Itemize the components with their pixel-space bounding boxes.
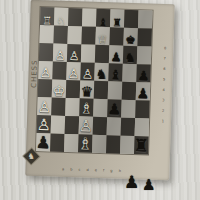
captured-black-pawn[interactable]: ♟	[124, 174, 139, 200]
file-label: d	[86, 168, 88, 172]
square-f5[interactable]: ♝	[108, 63, 123, 81]
file-label: c	[79, 167, 81, 171]
square-h3[interactable]	[135, 100, 150, 118]
square-a8[interactable]: ♖	[40, 7, 55, 25]
square-b4[interactable]: ♔	[52, 79, 67, 97]
white-pawn[interactable]: ♙	[67, 67, 79, 81]
square-e8[interactable]: ♝	[96, 9, 111, 27]
white-knight[interactable]: ♘	[56, 15, 66, 26]
black-pawn[interactable]: ♟	[107, 102, 121, 117]
photo-background: CHESS ♞ ♖♘♝♜♕♚♙♙♟♞♙♙♙♞♝♟♔♛♟♙♗♟♙♙♟♗♜ abcd…	[0, 0, 200, 200]
square-d3[interactable]: ♗	[79, 98, 94, 116]
square-c4[interactable]	[66, 80, 81, 98]
rank-label: 4	[163, 87, 165, 91]
square-h4[interactable]: ♟	[136, 82, 151, 100]
black-rook[interactable]: ♜	[133, 137, 149, 154]
square-c7[interactable]	[67, 26, 82, 44]
square-e7[interactable]: ♕	[95, 27, 110, 45]
square-d5[interactable]: ♙	[80, 62, 95, 80]
white-pawn[interactable]: ♙	[81, 67, 93, 81]
black-knight[interactable]: ♞	[95, 68, 107, 82]
rank-label: 2	[162, 108, 164, 112]
square-a1[interactable]: ♟	[36, 133, 51, 151]
square-c6[interactable]: ♙	[67, 44, 82, 62]
square-d8[interactable]	[82, 8, 97, 26]
captured-black-pawn[interactable]: ♟	[142, 178, 155, 200]
black-rook[interactable]: ♜	[112, 17, 122, 28]
square-e3[interactable]	[93, 99, 108, 117]
square-d4[interactable]: ♛	[80, 80, 95, 98]
square-f3[interactable]: ♟	[107, 99, 122, 117]
black-bishop[interactable]: ♝	[109, 68, 121, 82]
square-d1[interactable]: ♗	[78, 134, 93, 152]
black-pawn[interactable]: ♟	[36, 134, 52, 151]
white-pawn[interactable]: ♙	[54, 49, 65, 62]
black-pawn[interactable]: ♟	[136, 86, 149, 100]
square-b1[interactable]	[50, 133, 65, 151]
black-knight[interactable]: ♞	[124, 51, 135, 64]
square-a3[interactable]: ♙	[37, 97, 52, 115]
rank-label: 5	[163, 77, 165, 81]
rank-label: 1	[162, 118, 164, 122]
square-e5[interactable]: ♞	[94, 63, 109, 81]
square-h7[interactable]	[137, 28, 152, 46]
square-g2[interactable]	[121, 118, 136, 136]
square-a4[interactable]	[38, 79, 53, 97]
black-pawn[interactable]: ♟	[137, 69, 149, 83]
white-king[interactable]: ♔	[52, 83, 65, 97]
white-pawn[interactable]: ♙	[68, 50, 79, 63]
file-label: f	[103, 168, 104, 172]
white-pawn[interactable]: ♙	[37, 100, 51, 115]
square-f7[interactable]	[109, 27, 124, 45]
square-f8[interactable]: ♜	[110, 9, 125, 27]
captured-pieces-tray: ♟♟	[118, 172, 178, 200]
square-c5[interactable]: ♙	[66, 62, 81, 80]
square-f4[interactable]	[108, 81, 123, 99]
square-e2[interactable]	[93, 117, 108, 135]
square-b7[interactable]	[53, 26, 68, 44]
square-h8[interactable]	[138, 10, 153, 28]
square-c1[interactable]	[64, 134, 79, 152]
chess-board: ♖♘♝♜♕♚♙♙♟♞♙♙♙♞♝♟♔♛♟♙♗♟♙♙♟♗♜	[36, 7, 152, 154]
square-d6[interactable]	[81, 44, 96, 62]
white-rook[interactable]: ♖	[42, 15, 52, 26]
square-b8[interactable]: ♘	[54, 8, 69, 26]
square-g8[interactable]	[124, 10, 139, 28]
square-h6[interactable]	[137, 46, 152, 64]
square-e6[interactable]	[95, 45, 110, 63]
square-b6[interactable]: ♙	[53, 44, 68, 62]
rank-label: 8	[164, 45, 166, 49]
black-pawn[interactable]: ♟	[110, 51, 121, 64]
white-bishop[interactable]: ♗	[79, 101, 93, 116]
black-queen[interactable]: ♛	[80, 84, 93, 98]
square-a5[interactable]: ♙	[38, 61, 53, 79]
square-c3[interactable]	[65, 98, 80, 116]
square-g3[interactable]	[121, 100, 136, 118]
square-e4[interactable]	[94, 81, 109, 99]
white-pawn[interactable]: ♙	[39, 66, 51, 80]
square-c2[interactable]	[65, 116, 80, 134]
square-h2[interactable]	[135, 118, 150, 136]
square-g4[interactable]	[122, 82, 137, 100]
square-a6[interactable]	[39, 43, 54, 61]
rank-label: 3	[162, 98, 164, 102]
rank-coordinates: 87654321	[162, 42, 167, 126]
square-a7[interactable]	[39, 25, 54, 43]
rank-label: 6	[163, 66, 165, 70]
rank-label: 7	[164, 56, 166, 60]
white-pawn[interactable]: ♙	[78, 118, 93, 134]
white-queen[interactable]: ♕	[97, 33, 108, 45]
chess-mat: CHESS ♞ ♖♘♝♜♕♚♙♙♟♞♙♙♙♞♝♟♔♛♟♙♗♟♙♙♟♗♜ abcd…	[25, 0, 174, 180]
square-h5[interactable]: ♟	[136, 64, 151, 82]
black-king[interactable]: ♚	[125, 34, 136, 46]
square-d7[interactable]	[81, 26, 96, 44]
square-f1[interactable]	[106, 135, 121, 153]
square-g6[interactable]: ♞	[123, 46, 138, 64]
square-g7[interactable]: ♚	[123, 28, 138, 46]
white-bishop[interactable]: ♗	[78, 136, 94, 153]
white-pawn[interactable]: ♙	[36, 117, 51, 133]
square-g5[interactable]	[122, 64, 137, 82]
file-label: g	[110, 168, 112, 172]
square-f6[interactable]: ♟	[109, 45, 124, 63]
square-e1[interactable]	[92, 135, 107, 153]
square-d2[interactable]: ♙	[79, 116, 94, 134]
file-label: b	[70, 167, 72, 171]
file-coordinates: abcdefgh	[59, 167, 124, 173]
square-h1[interactable]: ♜	[134, 136, 149, 154]
square-b5[interactable]	[52, 62, 67, 80]
file-label: e	[95, 168, 97, 172]
square-c8[interactable]	[68, 8, 83, 26]
file-label: a	[62, 167, 64, 171]
black-bishop[interactable]: ♝	[98, 16, 108, 27]
square-b2[interactable]	[51, 115, 66, 133]
square-a2[interactable]: ♙	[37, 115, 52, 133]
square-b3[interactable]	[51, 97, 66, 115]
square-g1[interactable]	[120, 136, 135, 154]
square-f2[interactable]	[107, 117, 122, 135]
